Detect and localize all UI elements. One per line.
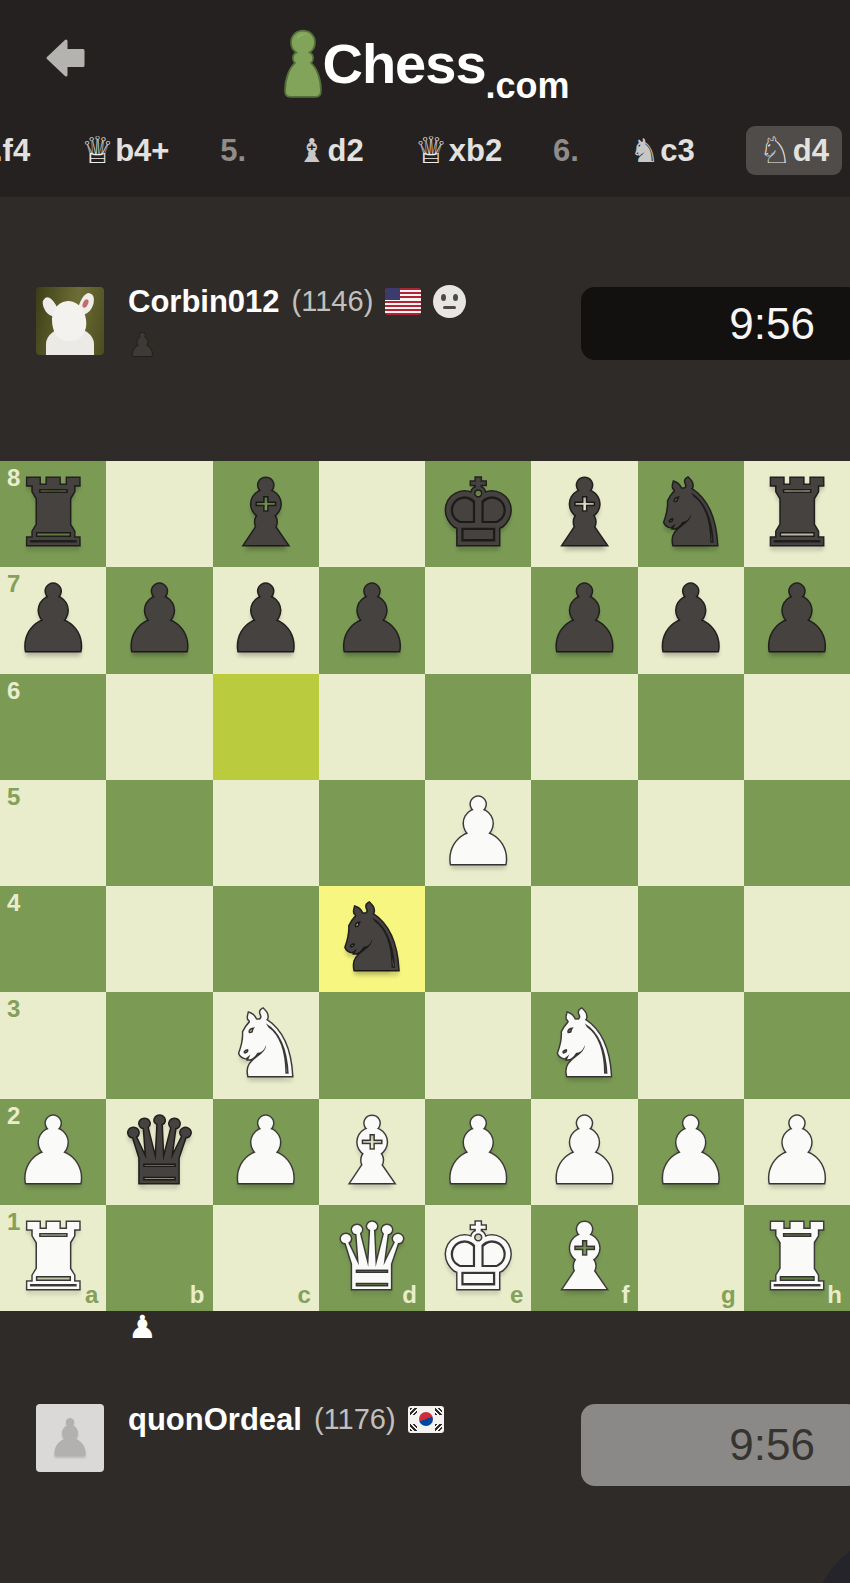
- square-c5[interactable]: [213, 780, 319, 886]
- move-.f4[interactable]: .f4: [0, 135, 30, 166]
- move-d4[interactable]: ♘d4: [746, 126, 842, 175]
- file-label-g: g: [721, 1283, 736, 1307]
- chess-app: Chess .com .f4♕b4+5.♝d2♕xb26.♞c3♘d4 Corb…: [0, 0, 850, 1583]
- square-g1[interactable]: g: [638, 1205, 744, 1311]
- square-e2[interactable]: ♟: [425, 1099, 531, 1205]
- square-h6[interactable]: [744, 674, 850, 780]
- square-g2[interactable]: ♟: [638, 1099, 744, 1205]
- square-h8[interactable]: ♜: [744, 461, 850, 567]
- square-a8[interactable]: 8♜: [0, 461, 106, 567]
- piece-black-knight[interactable]: ♞: [649, 468, 731, 560]
- top-bar: Chess .com .f4♕b4+5.♝d2♕xb26.♞c3♘d4: [0, 0, 850, 197]
- square-h5[interactable]: [744, 780, 850, 886]
- piece-black-pawn[interactable]: ♟: [118, 574, 200, 666]
- square-f1[interactable]: f♝: [531, 1205, 637, 1311]
- figurine-icon: ♝: [297, 134, 327, 167]
- player-rating-bottom: (1176): [314, 1405, 396, 1434]
- square-e7[interactable]: [425, 567, 531, 673]
- player-name-top[interactable]: Corbin012: [128, 286, 280, 317]
- square-b3[interactable]: [106, 992, 212, 1098]
- piece-white-knight[interactable]: ♞: [543, 999, 625, 1091]
- square-h4[interactable]: [744, 886, 850, 992]
- rank-label-5: 5: [7, 785, 20, 809]
- square-d3[interactable]: [319, 992, 425, 1098]
- chess-board: 8♜♝♚♝♞♜7♟♟♟♟♟♟♟65♟4♞3♞♞2♟♛♟♝♟♟♟♟1a♜bcd♛e…: [0, 461, 850, 1311]
- move-number: 5.: [220, 135, 246, 166]
- square-e1[interactable]: e♚: [425, 1205, 531, 1311]
- piece-white-bishop[interactable]: ♝: [543, 1212, 625, 1304]
- clock-bottom: 9:56: [581, 1404, 850, 1486]
- move-d2[interactable]: ♝d2: [297, 134, 364, 167]
- piece-white-knight[interactable]: ♞: [224, 999, 306, 1091]
- square-e6[interactable]: [425, 674, 531, 780]
- piece-black-pawn[interactable]: ♟: [756, 574, 838, 666]
- move-number: 6.: [553, 135, 579, 166]
- avatar-bottom[interactable]: ♟: [36, 1404, 104, 1472]
- square-f6[interactable]: [531, 674, 637, 780]
- square-f8[interactable]: ♝: [531, 461, 637, 567]
- pawn-avatar-icon: ♟: [47, 1412, 94, 1464]
- square-a3[interactable]: 3: [0, 992, 106, 1098]
- square-c7[interactable]: ♟: [213, 567, 319, 673]
- file-label-a: a: [85, 1283, 98, 1307]
- rank-label-7: 7: [7, 572, 20, 596]
- square-d4[interactable]: ♞: [319, 886, 425, 992]
- file-label-c: c: [297, 1283, 310, 1307]
- square-b5[interactable]: [106, 780, 212, 886]
- piece-white-pawn[interactable]: ♟: [543, 1106, 625, 1198]
- square-a4[interactable]: 4: [0, 886, 106, 992]
- piece-black-pawn[interactable]: ♟: [649, 574, 731, 666]
- piece-black-rook[interactable]: ♜: [756, 468, 838, 560]
- piece-white-king[interactable]: ♚: [437, 1212, 519, 1304]
- rank-label-2: 2: [7, 1104, 20, 1128]
- square-e8[interactable]: ♚: [425, 461, 531, 567]
- file-label-b: b: [190, 1283, 205, 1307]
- square-a6[interactable]: 6: [0, 674, 106, 780]
- square-g6[interactable]: [638, 674, 744, 780]
- neutral-face-emoji: [433, 285, 466, 318]
- square-c6[interactable]: [213, 674, 319, 780]
- square-e4[interactable]: [425, 886, 531, 992]
- file-label-f: f: [622, 1283, 630, 1307]
- avatar-top[interactable]: [36, 287, 104, 355]
- piece-white-pawn[interactable]: ♟: [437, 787, 519, 879]
- file-label-e: e: [510, 1283, 523, 1307]
- square-f2[interactable]: ♟: [531, 1099, 637, 1205]
- square-c8[interactable]: ♝: [213, 461, 319, 567]
- square-c3[interactable]: ♞: [213, 992, 319, 1098]
- square-f7[interactable]: ♟: [531, 567, 637, 673]
- square-b4[interactable]: [106, 886, 212, 992]
- kr-flag-icon: [408, 1406, 444, 1433]
- piece-black-pawn[interactable]: ♟: [12, 574, 94, 666]
- player-name-bottom[interactable]: quonOrdeal: [128, 1404, 302, 1435]
- square-c1[interactable]: c: [213, 1205, 319, 1311]
- figurine-icon: ♕: [415, 132, 448, 169]
- square-b6[interactable]: [106, 674, 212, 780]
- square-d8[interactable]: [319, 461, 425, 567]
- piece-white-pawn[interactable]: ♟: [437, 1106, 519, 1198]
- piece-black-rook[interactable]: ♜: [12, 468, 94, 560]
- move-b4[interactable]: ♕b4+: [81, 132, 169, 169]
- piece-white-rook[interactable]: ♜: [756, 1212, 838, 1304]
- square-c2[interactable]: ♟: [213, 1099, 319, 1205]
- file-label-h: h: [827, 1283, 842, 1307]
- square-b1[interactable]: b: [106, 1205, 212, 1311]
- piece-white-pawn[interactable]: ♟: [224, 1106, 306, 1198]
- square-h1[interactable]: h♜: [744, 1205, 850, 1311]
- move-c3[interactable]: ♞c3: [630, 134, 695, 167]
- square-h7[interactable]: ♟: [744, 567, 850, 673]
- rank-label-3: 3: [7, 997, 20, 1021]
- piece-white-pawn[interactable]: ♟: [649, 1106, 731, 1198]
- square-h2[interactable]: ♟: [744, 1099, 850, 1205]
- square-a1[interactable]: 1a♜: [0, 1205, 106, 1311]
- square-c4[interactable]: [213, 886, 319, 992]
- square-e5[interactable]: ♟: [425, 780, 531, 886]
- logo-suffix: .com: [486, 68, 570, 110]
- square-d7[interactable]: ♟: [319, 567, 425, 673]
- piece-black-bishop[interactable]: ♝: [224, 468, 306, 560]
- figurine-icon: ♞: [630, 134, 660, 167]
- square-g5[interactable]: [638, 780, 744, 886]
- piece-black-bishop[interactable]: ♝: [543, 468, 625, 560]
- square-d2[interactable]: ♝: [319, 1099, 425, 1205]
- file-label-d: d: [402, 1283, 417, 1307]
- clock-top: 9:56: [581, 287, 850, 360]
- square-g7[interactable]: ♟: [638, 567, 744, 673]
- piece-black-knight[interactable]: ♞: [331, 893, 413, 985]
- square-g3[interactable]: [638, 992, 744, 1098]
- square-e3[interactable]: [425, 992, 531, 1098]
- piece-white-pawn[interactable]: ♟: [756, 1106, 838, 1198]
- us-flag-icon: [385, 288, 421, 315]
- rank-label-4: 4: [7, 891, 20, 915]
- piece-black-pawn[interactable]: ♟: [224, 574, 306, 666]
- square-d1[interactable]: d♛: [319, 1205, 425, 1311]
- rank-label-8: 8: [7, 466, 20, 490]
- move-xb2[interactable]: ♕xb2: [415, 132, 503, 169]
- black-side-pawn-icon: ♟: [128, 329, 157, 361]
- square-a7[interactable]: 7♟: [0, 567, 106, 673]
- player-card-top: Corbin012 (1146) ♟ 9:56: [0, 197, 850, 461]
- rank-label-6: 6: [7, 679, 20, 703]
- move-list: .f4♕b4+5.♝d2♕xb26.♞c3♘d4: [0, 118, 846, 182]
- square-d5[interactable]: [319, 780, 425, 886]
- square-b7[interactable]: ♟: [106, 567, 212, 673]
- square-g4[interactable]: [638, 886, 744, 992]
- square-a5[interactable]: 5: [0, 780, 106, 886]
- player-rating-top: (1146): [292, 287, 374, 316]
- square-a2[interactable]: 2♟: [0, 1099, 106, 1205]
- square-h3[interactable]: [744, 992, 850, 1098]
- piece-white-queen[interactable]: ♛: [331, 1212, 413, 1304]
- square-f3[interactable]: ♞: [531, 992, 637, 1098]
- piece-white-rook[interactable]: ♜: [12, 1212, 94, 1304]
- piece-white-pawn[interactable]: ♟: [12, 1106, 94, 1198]
- figurine-icon: ♘: [759, 132, 792, 169]
- white-side-pawn-icon: ♟: [128, 1311, 157, 1343]
- logo-pawn-icon: [280, 26, 326, 102]
- piece-black-pawn[interactable]: ♟: [543, 574, 625, 666]
- square-d6[interactable]: [319, 674, 425, 780]
- piece-white-bishop[interactable]: ♝: [331, 1106, 413, 1198]
- rank-label-1: 1: [7, 1210, 20, 1234]
- square-f4[interactable]: [531, 886, 637, 992]
- player-card-bottom: ♟ quonOrdeal (1176) ♟ 9:56: [0, 1311, 850, 1583]
- logo-text: Chess: [322, 36, 485, 92]
- square-b2[interactable]: ♛: [106, 1099, 212, 1205]
- figurine-icon: ♕: [81, 132, 114, 169]
- square-b8[interactable]: [106, 461, 212, 567]
- piece-black-queen[interactable]: ♛: [118, 1106, 200, 1198]
- piece-black-king[interactable]: ♚: [437, 468, 519, 560]
- square-g8[interactable]: ♞: [638, 461, 744, 567]
- chesscom-logo: Chess .com: [0, 18, 850, 110]
- piece-black-pawn[interactable]: ♟: [331, 574, 413, 666]
- square-f5[interactable]: [531, 780, 637, 886]
